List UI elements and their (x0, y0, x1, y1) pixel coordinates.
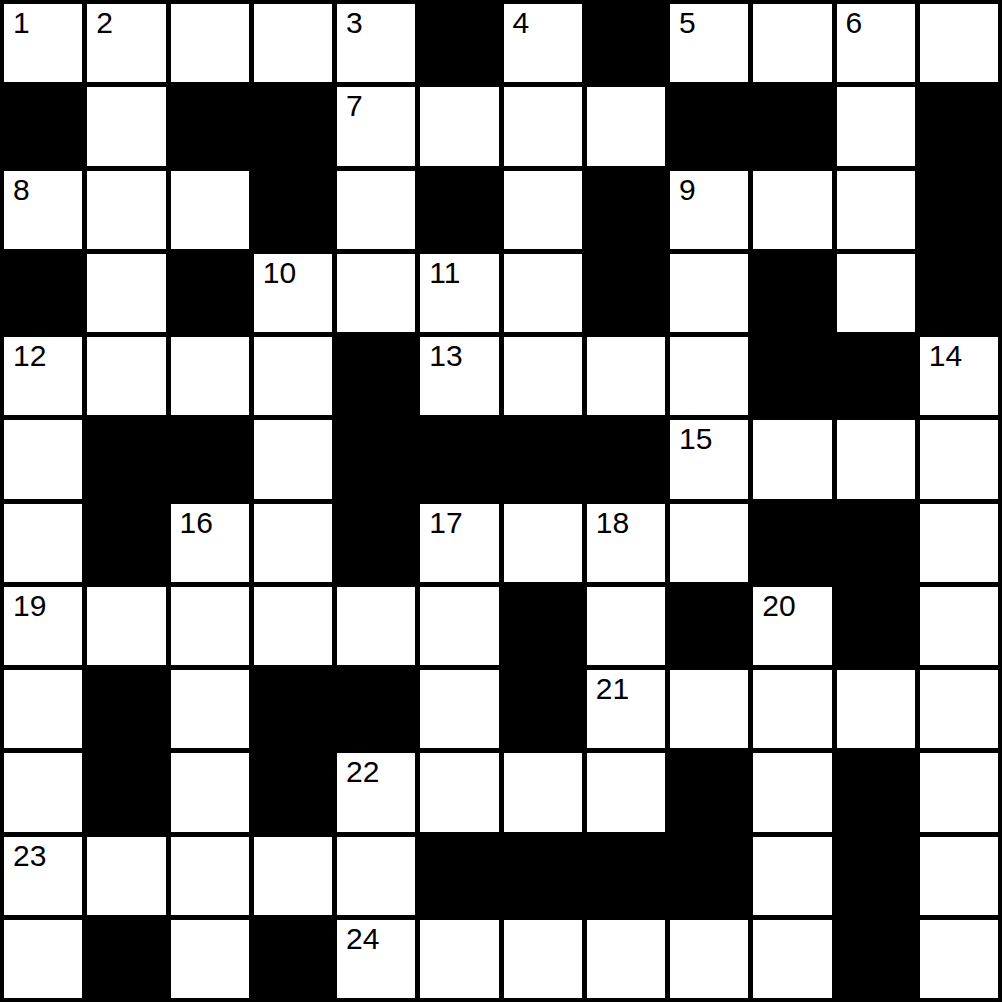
white-cell-r0c11[interactable] (920, 4, 998, 82)
white-cell-r5c11[interactable] (920, 420, 998, 498)
white-cell-r8c9[interactable] (753, 670, 831, 748)
white-cell-r4c1[interactable] (87, 337, 165, 415)
white-cell-r8c10[interactable] (837, 670, 915, 748)
clue-number-13: 13 (429, 339, 462, 372)
white-cell-r11c0[interactable] (4, 920, 82, 998)
clue-number-6: 6 (846, 6, 863, 39)
black-cell-r10c7 (587, 837, 665, 915)
black-cell-r8c1 (87, 670, 165, 748)
white-cell-r11c2[interactable] (171, 920, 249, 998)
clue-number-20: 20 (762, 589, 795, 622)
white-cell-r9c4[interactable]: 22 (337, 753, 415, 831)
white-cell-r11c9[interactable] (753, 920, 831, 998)
black-cell-r11c10 (837, 920, 915, 998)
white-cell-r3c1[interactable] (87, 254, 165, 332)
white-cell-r11c6[interactable] (504, 920, 582, 998)
white-cell-r6c0[interactable] (4, 504, 82, 582)
white-cell-r6c5[interactable]: 17 (420, 504, 498, 582)
black-cell-r8c4 (337, 670, 415, 748)
black-cell-r3c2 (171, 254, 249, 332)
white-cell-r0c6[interactable]: 4 (504, 4, 582, 82)
white-cell-r9c9[interactable] (753, 753, 831, 831)
white-cell-r5c0[interactable] (4, 420, 82, 498)
black-cell-r1c2 (171, 87, 249, 165)
white-cell-r2c9[interactable] (753, 171, 831, 249)
white-cell-r3c8[interactable] (670, 254, 748, 332)
crossword-grid: 123456789101112131415161718192021222324 (0, 0, 1002, 1002)
white-cell-r4c7[interactable] (587, 337, 665, 415)
white-cell-r0c8[interactable]: 5 (670, 4, 748, 82)
clue-number-12: 12 (13, 339, 46, 372)
black-cell-r9c10 (837, 753, 915, 831)
white-cell-r7c7[interactable] (587, 587, 665, 665)
black-cell-r10c10 (837, 837, 915, 915)
white-cell-r1c5[interactable] (420, 87, 498, 165)
white-cell-r0c4[interactable]: 3 (337, 4, 415, 82)
white-cell-r0c9[interactable] (753, 4, 831, 82)
white-cell-r2c0[interactable]: 8 (4, 171, 82, 249)
black-cell-r9c8 (670, 753, 748, 831)
white-cell-r7c2[interactable] (171, 587, 249, 665)
white-cell-r5c8[interactable]: 15 (670, 420, 748, 498)
white-cell-r0c0[interactable]: 1 (4, 4, 82, 82)
white-cell-r9c0[interactable] (4, 753, 82, 831)
white-cell-r3c10[interactable] (837, 254, 915, 332)
white-cell-r5c10[interactable] (837, 420, 915, 498)
white-cell-r3c5[interactable]: 11 (420, 254, 498, 332)
white-cell-r0c2[interactable] (171, 4, 249, 82)
black-cell-r2c3 (254, 171, 332, 249)
white-cell-r0c10[interactable]: 6 (837, 4, 915, 82)
white-cell-r10c0[interactable]: 23 (4, 837, 82, 915)
white-cell-r2c4[interactable] (337, 171, 415, 249)
clue-number-11: 11 (429, 256, 460, 289)
black-cell-r7c10 (837, 587, 915, 665)
black-cell-r9c3 (254, 753, 332, 831)
black-cell-r10c8 (670, 837, 748, 915)
white-cell-r3c4[interactable] (337, 254, 415, 332)
black-cell-r11c3 (254, 920, 332, 998)
white-cell-r7c3[interactable] (254, 587, 332, 665)
black-cell-r7c8 (670, 587, 748, 665)
black-cell-r6c9 (753, 504, 831, 582)
white-cell-r7c4[interactable] (337, 587, 415, 665)
white-cell-r1c6[interactable] (504, 87, 582, 165)
black-cell-r10c5 (420, 837, 498, 915)
white-cell-r4c3[interactable] (254, 337, 332, 415)
black-cell-r1c9 (753, 87, 831, 165)
clue-number-8: 8 (13, 173, 30, 206)
white-cell-r2c10[interactable] (837, 171, 915, 249)
white-cell-r1c10[interactable] (837, 87, 915, 165)
clue-number-21: 21 (596, 672, 629, 705)
clue-number-10: 10 (263, 256, 296, 289)
white-cell-r11c5[interactable] (420, 920, 498, 998)
white-cell-r2c6[interactable] (504, 171, 582, 249)
white-cell-r11c4[interactable]: 24 (337, 920, 415, 998)
white-cell-r6c7[interactable]: 18 (587, 504, 665, 582)
black-cell-r4c10 (837, 337, 915, 415)
black-cell-r1c8 (670, 87, 748, 165)
clue-number-24: 24 (346, 922, 379, 955)
white-cell-r11c7[interactable] (587, 920, 665, 998)
white-cell-r0c3[interactable] (254, 4, 332, 82)
white-cell-r9c11[interactable] (920, 753, 998, 831)
white-cell-r8c5[interactable] (420, 670, 498, 748)
black-cell-r8c3 (254, 670, 332, 748)
black-cell-r6c10 (837, 504, 915, 582)
white-cell-r1c7[interactable] (587, 87, 665, 165)
white-cell-r10c1[interactable] (87, 837, 165, 915)
black-cell-r9c1 (87, 753, 165, 831)
white-cell-r8c2[interactable] (171, 670, 249, 748)
clue-number-3: 3 (346, 6, 363, 39)
white-cell-r9c6[interactable] (504, 753, 582, 831)
white-cell-r10c2[interactable] (171, 837, 249, 915)
clue-number-18: 18 (596, 506, 629, 539)
white-cell-r7c9[interactable]: 20 (753, 587, 831, 665)
black-cell-r3c11 (920, 254, 998, 332)
white-cell-r8c8[interactable] (670, 670, 748, 748)
white-cell-r2c8[interactable]: 9 (670, 171, 748, 249)
white-cell-r5c9[interactable] (753, 420, 831, 498)
white-cell-r4c8[interactable] (670, 337, 748, 415)
white-cell-r7c11[interactable] (920, 587, 998, 665)
white-cell-r10c3[interactable] (254, 837, 332, 915)
black-cell-r2c7 (587, 171, 665, 249)
white-cell-r1c4[interactable]: 7 (337, 87, 415, 165)
white-cell-r2c2[interactable] (171, 171, 249, 249)
black-cell-r4c9 (753, 337, 831, 415)
white-cell-r9c2[interactable] (171, 753, 249, 831)
black-cell-r6c1 (87, 504, 165, 582)
white-cell-r9c5[interactable] (420, 753, 498, 831)
black-cell-r11c1 (87, 920, 165, 998)
white-cell-r5c3[interactable] (254, 420, 332, 498)
black-cell-r7c6 (504, 587, 582, 665)
white-cell-r2c1[interactable] (87, 171, 165, 249)
black-cell-r5c5 (420, 420, 498, 498)
black-cell-r1c3 (254, 87, 332, 165)
clue-number-7: 7 (346, 89, 363, 122)
clue-number-17: 17 (429, 506, 462, 539)
black-cell-r0c5 (420, 4, 498, 82)
clue-number-9: 9 (679, 173, 696, 206)
white-cell-r11c11[interactable] (920, 920, 998, 998)
black-cell-r6c4 (337, 504, 415, 582)
white-cell-r7c0[interactable]: 19 (4, 587, 82, 665)
black-cell-r10c6 (504, 837, 582, 915)
black-cell-r3c9 (753, 254, 831, 332)
clue-number-4: 4 (513, 6, 530, 39)
white-cell-r6c11[interactable] (920, 504, 998, 582)
black-cell-r2c11 (920, 171, 998, 249)
black-cell-r5c4 (337, 420, 415, 498)
white-cell-r3c6[interactable] (504, 254, 582, 332)
white-cell-r4c11[interactable]: 14 (920, 337, 998, 415)
clue-number-2: 2 (96, 6, 113, 39)
white-cell-r6c8[interactable] (670, 504, 748, 582)
black-cell-r5c7 (587, 420, 665, 498)
clue-number-19: 19 (13, 589, 46, 622)
white-cell-r10c9[interactable] (753, 837, 831, 915)
black-cell-r3c7 (587, 254, 665, 332)
black-cell-r5c2 (171, 420, 249, 498)
white-cell-r7c1[interactable] (87, 587, 165, 665)
white-cell-r10c4[interactable] (337, 837, 415, 915)
white-cell-r4c0[interactable]: 12 (4, 337, 82, 415)
white-cell-r10c11[interactable] (920, 837, 998, 915)
white-cell-r4c6[interactable] (504, 337, 582, 415)
black-cell-r0c7 (587, 4, 665, 82)
black-cell-r4c4 (337, 337, 415, 415)
white-cell-r4c5[interactable]: 13 (420, 337, 498, 415)
white-cell-r8c7[interactable]: 21 (587, 670, 665, 748)
black-cell-r3c0 (4, 254, 82, 332)
white-cell-r7c5[interactable] (420, 587, 498, 665)
white-cell-r0c1[interactable]: 2 (87, 4, 165, 82)
clue-number-22: 22 (346, 755, 379, 788)
clue-number-1: 1 (13, 6, 30, 39)
black-cell-r1c11 (920, 87, 998, 165)
white-cell-r6c3[interactable] (254, 504, 332, 582)
white-cell-r1c1[interactable] (87, 87, 165, 165)
white-cell-r11c8[interactable] (670, 920, 748, 998)
white-cell-r3c3[interactable]: 10 (254, 254, 332, 332)
white-cell-r6c2[interactable]: 16 (171, 504, 249, 582)
clue-number-15: 15 (679, 422, 712, 455)
white-cell-r4c2[interactable] (171, 337, 249, 415)
white-cell-r9c7[interactable] (587, 753, 665, 831)
black-cell-r2c5 (420, 171, 498, 249)
black-cell-r5c6 (504, 420, 582, 498)
clue-number-14: 14 (929, 339, 962, 372)
black-cell-r1c0 (4, 87, 82, 165)
clue-number-23: 23 (13, 839, 46, 872)
white-cell-r6c6[interactable] (504, 504, 582, 582)
clue-number-16: 16 (180, 506, 213, 539)
clue-number-5: 5 (679, 6, 696, 39)
white-cell-r8c11[interactable] (920, 670, 998, 748)
black-cell-r8c6 (504, 670, 582, 748)
black-cell-r5c1 (87, 420, 165, 498)
white-cell-r8c0[interactable] (4, 670, 82, 748)
